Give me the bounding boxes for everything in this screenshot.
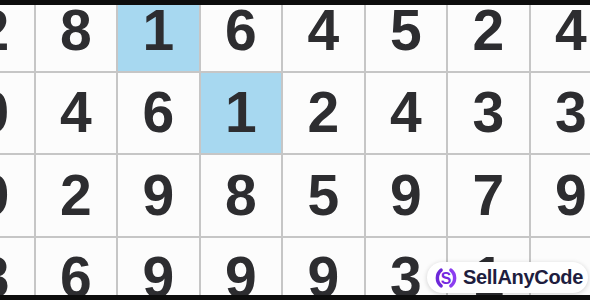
grid-cell[interactable]: 2 <box>283 73 364 154</box>
game-screen: 2816452404612433929859798699931 S SellAn… <box>0 0 590 300</box>
s-swirl-icon: S <box>434 266 458 290</box>
grid-cell[interactable]: 9 <box>366 155 447 236</box>
grid-cell[interactable]: 4 <box>366 73 447 154</box>
grid-cell[interactable]: 0 <box>0 73 34 154</box>
watermark-text: SellAnyCode <box>463 266 583 289</box>
grid-cell[interactable]: 6 <box>118 73 199 154</box>
top-letterbox-bar <box>0 0 590 5</box>
grid-cell[interactable]: 2 <box>0 0 34 71</box>
grid-cell[interactable]: 1 <box>118 0 199 71</box>
grid-cell[interactable]: 8 <box>201 155 282 236</box>
grid-cell[interactable]: 9 <box>283 238 364 300</box>
grid-cell[interactable]: 9 <box>118 238 199 300</box>
svg-text:S: S <box>441 269 452 286</box>
grid-cell[interactable]: 5 <box>283 155 364 236</box>
watermark-badge: S SellAnyCode <box>427 262 588 293</box>
grid-cell[interactable]: 4 <box>283 0 364 71</box>
grid-cell[interactable]: 7 <box>448 155 529 236</box>
grid-cell[interactable]: 8 <box>36 0 117 71</box>
number-grid: 2816452404612433929859798699931 <box>0 0 590 300</box>
grid-cell[interactable]: 6 <box>36 238 117 300</box>
grid-cell[interactable]: 4 <box>531 0 590 71</box>
grid-cell[interactable]: 3 <box>531 73 590 154</box>
grid-cell[interactable]: 3 <box>448 73 529 154</box>
grid-cell[interactable]: 2 <box>36 155 117 236</box>
grid-cell[interactable]: 5 <box>366 0 447 71</box>
grid-cell[interactable]: 9 <box>531 155 590 236</box>
grid-cell[interactable]: 4 <box>36 73 117 154</box>
grid-cell[interactable]: 8 <box>0 238 34 300</box>
bottom-letterbox-bar <box>0 295 590 300</box>
grid-cell[interactable]: 1 <box>201 73 282 154</box>
grid-cell[interactable]: 9 <box>118 155 199 236</box>
grid-cell[interactable]: 9 <box>0 155 34 236</box>
grid-cell[interactable]: 2 <box>448 0 529 71</box>
grid-cell[interactable]: 9 <box>201 238 282 300</box>
grid-cell[interactable]: 6 <box>201 0 282 71</box>
